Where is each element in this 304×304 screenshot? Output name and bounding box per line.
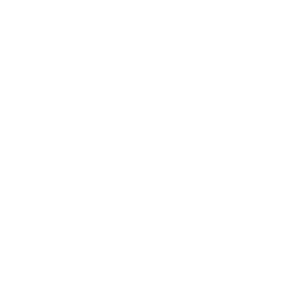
chess-board — [0, 0, 304, 304]
board-wrap — [0, 0, 304, 304]
